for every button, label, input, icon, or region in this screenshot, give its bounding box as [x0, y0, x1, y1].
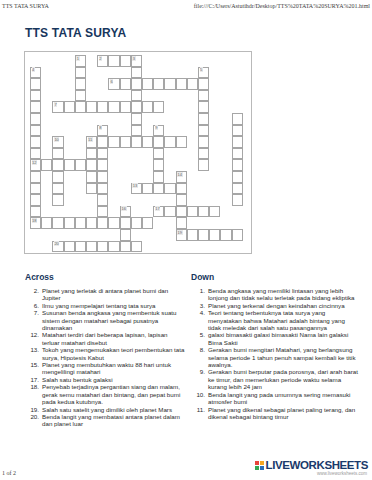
- cell-number: 1: [76, 56, 79, 61]
- grid-cell[interactable]: [75, 159, 86, 171]
- liveworksheets-grid-icon: [255, 461, 264, 470]
- clue-text: Benda angkasa yang memiliki lintasan yan…: [208, 287, 359, 302]
- grid-cell[interactable]: [97, 217, 108, 229]
- grid-cell[interactable]: [131, 90, 142, 102]
- grid-cell[interactable]: [120, 229, 131, 241]
- grid-cell[interactable]: [187, 78, 198, 90]
- grid-cell[interactable]: [153, 136, 164, 148]
- clue-item: 6.Ilmu yang mempelajari tentang tata sur…: [25, 302, 185, 309]
- clue-number: 10.: [191, 391, 208, 406]
- grid-cell[interactable]: [86, 171, 97, 183]
- cell-number: 5: [200, 67, 203, 72]
- down-heading: Down: [191, 272, 214, 282]
- cell-number: 4: [32, 67, 35, 72]
- grid-cell[interactable]: [75, 78, 86, 90]
- clue-number: 12.: [25, 331, 42, 346]
- grid-cell[interactable]: 14: [176, 171, 187, 183]
- grid-cell[interactable]: [187, 206, 198, 218]
- grid-cell[interactable]: [232, 229, 243, 241]
- cell-number: 10: [54, 137, 59, 142]
- grid-cell[interactable]: 10: [52, 136, 63, 148]
- grid-cell[interactable]: [30, 194, 41, 206]
- grid-cell[interactable]: 9: [153, 125, 164, 137]
- grid-cell[interactable]: [176, 183, 187, 195]
- print-header-title: TTS TATA SURYA: [2, 3, 49, 9]
- cell-number: 13: [132, 183, 137, 188]
- grid-cell[interactable]: 13: [131, 183, 142, 195]
- grid-cell[interactable]: [153, 78, 164, 90]
- grid-cell[interactable]: [97, 171, 108, 183]
- clue-number: 7.: [25, 309, 42, 331]
- grid-cell[interactable]: [232, 194, 243, 206]
- grid-cell[interactable]: [30, 136, 41, 148]
- liveworksheets-wordmark: LIVEWORKSHEETS: [266, 459, 368, 471]
- cell-number: 19: [177, 230, 182, 235]
- clue-text: Susunan benda angkasa yang membentuk sua…: [42, 309, 185, 331]
- clue-number: 6.: [25, 302, 42, 309]
- grid-cell[interactable]: [131, 101, 142, 113]
- cell-number: 20: [54, 241, 59, 246]
- grid-cell[interactable]: [86, 159, 97, 171]
- down-clue-list: 1.Benda angkasa yang memiliki lintasan y…: [191, 287, 359, 420]
- grid-cell[interactable]: [108, 241, 119, 253]
- clue-text: Planet yang terkenal dengan keindahan ci…: [208, 302, 359, 309]
- grid-cell[interactable]: [52, 194, 63, 206]
- grid-cell[interactable]: [164, 136, 175, 148]
- grid-cell[interactable]: [164, 78, 175, 90]
- grid-cell[interactable]: 7: [52, 101, 63, 113]
- grid-cell[interactable]: [232, 171, 243, 183]
- grid-cell[interactable]: [198, 125, 209, 137]
- grid-cell[interactable]: [52, 148, 63, 160]
- grid-cell[interactable]: [97, 206, 108, 218]
- grid-cell[interactable]: [142, 136, 153, 148]
- clue-item: 15.Planet yang membutuhkan waktu 88 hari…: [25, 361, 185, 376]
- grid-cell[interactable]: [30, 90, 41, 102]
- grid-cell[interactable]: 1: [75, 55, 86, 67]
- grid-cell[interactable]: [86, 101, 97, 113]
- grid-cell[interactable]: [209, 229, 220, 241]
- grid-cell[interactable]: [75, 241, 86, 253]
- cell-number: 3: [132, 56, 135, 61]
- grid-cell[interactable]: [97, 159, 108, 171]
- grid-cell[interactable]: [176, 136, 187, 148]
- clue-item: 7.Susunan benda angkasa yang membentuk s…: [25, 309, 185, 331]
- grid-cell[interactable]: [108, 217, 119, 229]
- grid-cell[interactable]: [30, 171, 41, 183]
- grid-cell[interactable]: [198, 229, 209, 241]
- grid-cell[interactable]: [198, 148, 209, 160]
- grid-cell[interactable]: [64, 241, 75, 253]
- clue-text: Salah satu satelit yang dimiliki oleh pl…: [42, 406, 185, 413]
- clue-number: 20.: [25, 413, 42, 428]
- clue-item: 8.Gerakan bumi mengitari Matahari, yang …: [191, 346, 359, 368]
- cell-number: 12: [32, 160, 37, 165]
- clue-number: 1.: [191, 287, 208, 302]
- clue-item: 10.Benda langit yang pada umumnya sering…: [191, 391, 359, 406]
- clue-text: Gerakan bumi mengitari Matahari, yang be…: [208, 346, 359, 368]
- clue-item: 1.Benda angkasa yang memiliki lintasan y…: [191, 287, 359, 302]
- grid-cell[interactable]: [198, 206, 209, 218]
- grid-cell[interactable]: [120, 241, 131, 253]
- grid-cell[interactable]: [30, 183, 41, 195]
- grid-cell[interactable]: [86, 241, 97, 253]
- grid-cell[interactable]: [75, 90, 86, 102]
- grid-cell[interactable]: [97, 136, 108, 148]
- grid-cell[interactable]: [131, 217, 142, 229]
- grid-cell[interactable]: 20: [52, 241, 63, 253]
- clue-item: 13.Tokoh yang mengemukakan teori pembent…: [25, 346, 185, 361]
- grid-cell[interactable]: [232, 113, 243, 125]
- grid-cell[interactable]: 8: [97, 125, 108, 137]
- clue-text: Planet yang dikenal sebagai planet palin…: [208, 406, 359, 421]
- grid-cell[interactable]: [120, 136, 131, 148]
- cell-number: 6: [110, 79, 113, 84]
- grid-cell[interactable]: [142, 101, 153, 113]
- clue-text: Teori tentang terbentuknya tata surya ya…: [208, 309, 359, 331]
- grid-cell[interactable]: [164, 206, 175, 218]
- clue-number: 9.: [191, 368, 208, 390]
- clue-item: 20.Benda langit yang membatasi antara pl…: [25, 413, 185, 428]
- clue-number: 5.: [191, 331, 208, 346]
- grid-cell[interactable]: [198, 78, 209, 90]
- grid-cell[interactable]: [232, 159, 243, 171]
- grid-cell[interactable]: [198, 113, 209, 125]
- grid-cell[interactable]: [97, 194, 108, 206]
- clue-item: 11.Planet yang dikenal sebagai planet pa…: [191, 406, 359, 421]
- clue-number: 8.: [191, 346, 208, 368]
- grid-cell[interactable]: [52, 159, 63, 171]
- page-title: TTS TATA SURYA: [25, 26, 126, 40]
- crossword-grid: 12345678910111214131617181920: [24, 51, 252, 254]
- clue-text: Salah satu bentuk galaksi: [42, 376, 185, 383]
- cell-number: 8: [99, 125, 102, 130]
- clue-number: 4.: [191, 309, 208, 331]
- grid-cell[interactable]: [52, 171, 63, 183]
- clue-text: Planet yang terletak di antara planet bu…: [42, 287, 185, 302]
- grid-cell[interactable]: [220, 229, 231, 241]
- clue-text: Ilmu yang mempelajari tentang tata surya: [42, 302, 185, 309]
- grid-cell[interactable]: [30, 148, 41, 160]
- grid-cell[interactable]: 2: [97, 55, 108, 67]
- liveworksheets-url: www.liveworksheets.com: [317, 471, 367, 476]
- clue-number: 15.: [25, 361, 42, 376]
- grid-cell[interactable]: [97, 241, 108, 253]
- grid-cell[interactable]: [86, 217, 97, 229]
- grid-cell[interactable]: 5: [198, 67, 209, 79]
- cell-number: 7: [54, 102, 57, 107]
- grid-cell[interactable]: [176, 194, 187, 206]
- grid-cell[interactable]: [108, 101, 119, 113]
- clue-text: Planet yang membutuhkan waktu 88 hari un…: [42, 361, 185, 376]
- clue-number: 3.: [191, 302, 208, 309]
- grid-cell[interactable]: [120, 78, 131, 90]
- clue-number: 17.: [25, 376, 42, 383]
- grid-cell[interactable]: [176, 217, 187, 229]
- grid-cell[interactable]: [198, 90, 209, 102]
- clue-item: 17.Salah satu bentuk galaksi: [25, 376, 185, 383]
- grid-cell[interactable]: [30, 113, 41, 125]
- grid-cell[interactable]: [86, 148, 97, 160]
- grid-cell[interactable]: [41, 159, 52, 171]
- grid-cell[interactable]: [52, 183, 63, 195]
- grid-cell[interactable]: [131, 113, 142, 125]
- cell-number: 11: [88, 137, 93, 142]
- grid-cell[interactable]: 4: [30, 67, 41, 79]
- clue-item: 9.Gerakan bumi berputar pada porosnya, d…: [191, 368, 359, 390]
- grid-cell[interactable]: [41, 217, 52, 229]
- grid-cell[interactable]: [131, 67, 142, 79]
- grid-cell[interactable]: 19: [176, 229, 187, 241]
- cell-number: 9: [155, 125, 158, 130]
- grid-cell[interactable]: [64, 159, 75, 171]
- grid-cell[interactable]: [64, 101, 75, 113]
- clue-number: 13.: [25, 346, 42, 361]
- grid-cell[interactable]: [142, 78, 153, 90]
- grid-cell[interactable]: 16: [120, 206, 131, 218]
- grid-cell[interactable]: 3: [131, 55, 142, 67]
- grid-cell[interactable]: [232, 148, 243, 160]
- grid-cell[interactable]: [30, 125, 41, 137]
- cell-number: 2: [99, 56, 102, 61]
- grid-cell[interactable]: 17: [153, 206, 164, 218]
- clue-text: Benda langit yang pada umumnya sering me…: [208, 391, 359, 406]
- clue-text: Benda langit yang membatasi antara plane…: [42, 413, 185, 428]
- clue-text: Penyebab terjadinya pergantian siang dan…: [42, 383, 185, 405]
- clue-number: 2.: [25, 287, 42, 302]
- grid-cell[interactable]: [75, 217, 86, 229]
- grid-cell[interactable]: [153, 148, 164, 160]
- cell-number: 17: [155, 206, 160, 211]
- clue-item: 4.Teori tentang terbentuknya tata surya …: [191, 309, 359, 331]
- clue-item: 12.Matahari terdiri dari beberapa lapisa…: [25, 331, 185, 346]
- clue-text: Tokoh yang mengemukakan teori pembentuka…: [42, 346, 185, 361]
- grid-cell[interactable]: [75, 67, 86, 79]
- grid-cell[interactable]: [108, 55, 119, 67]
- grid-cell[interactable]: [164, 183, 175, 195]
- grid-cell[interactable]: [198, 136, 209, 148]
- across-heading: Across: [25, 272, 54, 282]
- clue-item: 19.Salah satu satelit yang dimiliki oleh…: [25, 406, 185, 413]
- grid-cell[interactable]: [198, 159, 209, 171]
- grid-cell[interactable]: [108, 136, 119, 148]
- cell-number: 14: [177, 172, 182, 177]
- grid-cell[interactable]: 18: [30, 217, 41, 229]
- grid-cell[interactable]: [86, 183, 97, 195]
- cell-number: 16: [121, 206, 126, 211]
- grid-cell[interactable]: [142, 183, 153, 195]
- across-clue-list: 2.Planet yang terletak di antara planet …: [25, 287, 185, 428]
- grid-cell[interactable]: [131, 136, 142, 148]
- grid-cell[interactable]: 12: [30, 159, 41, 171]
- clue-number: 19.: [25, 406, 42, 413]
- print-header: TTS TATA SURYA file:///C:/Users/Astutihd…: [2, 3, 370, 9]
- grid-cell[interactable]: [97, 101, 108, 113]
- grid-cell[interactable]: [232, 125, 243, 137]
- grid-cell[interactable]: [153, 171, 164, 183]
- grid-cell[interactable]: [176, 206, 187, 218]
- clue-item: 18.Penyebab terjadinya pergantian siang …: [25, 383, 185, 405]
- grid-cell[interactable]: [142, 217, 153, 229]
- clue-text: galaxi bimasakti galaxi bimasakti Nama l…: [208, 331, 359, 346]
- grid-cell[interactable]: [131, 125, 142, 137]
- grid-cell[interactable]: [30, 206, 41, 218]
- grid-cell[interactable]: [97, 183, 108, 195]
- grid-cell[interactable]: [120, 217, 131, 229]
- grid-cell[interactable]: [232, 136, 243, 148]
- grid-cell[interactable]: [52, 217, 63, 229]
- grid-cell[interactable]: [209, 206, 220, 218]
- grid-cell[interactable]: [153, 101, 164, 113]
- clue-item: 3.Planet yang terkenal dengan keindahan …: [191, 302, 359, 309]
- clue-item: 2.Planet yang terletak di antara planet …: [25, 287, 185, 302]
- clue-number: 18.: [25, 383, 42, 405]
- grid-cell[interactable]: [176, 78, 187, 90]
- print-header-url: file:///C:/Users/Astutihdr/Desktop/TTS%2…: [194, 3, 370, 9]
- clue-item: 5.galaxi bimasakti galaxi bimasakti Nama…: [191, 331, 359, 346]
- liveworksheets-logo[interactable]: LIVEWORKSHEETS: [255, 459, 368, 471]
- grid-cell[interactable]: [120, 101, 131, 113]
- grid-cell[interactable]: [64, 217, 75, 229]
- grid-cell[interactable]: [97, 148, 108, 160]
- grid-cell[interactable]: [131, 78, 142, 90]
- cell-number: 18: [32, 218, 37, 223]
- grid-cell[interactable]: [153, 183, 164, 195]
- grid-cell[interactable]: [75, 101, 86, 113]
- clue-text: Gerakan bumi berputar pada porosnya, dar…: [208, 368, 359, 390]
- grid-cell[interactable]: 6: [108, 78, 119, 90]
- grid-cell[interactable]: [187, 229, 198, 241]
- page-number: 1 of 2: [2, 470, 16, 476]
- grid-cell[interactable]: [153, 159, 164, 171]
- clue-number: 11.: [191, 406, 208, 421]
- grid-cell[interactable]: [30, 78, 41, 90]
- grid-cell[interactable]: [30, 101, 41, 113]
- clue-text: Matahari terdiri dari beberapa lapisan, …: [42, 331, 185, 346]
- grid-cell[interactable]: 11: [86, 136, 97, 148]
- grid-cell[interactable]: [120, 55, 131, 67]
- grid-cell[interactable]: [232, 183, 243, 195]
- grid-cell[interactable]: [131, 241, 142, 253]
- grid-cell[interactable]: [198, 101, 209, 113]
